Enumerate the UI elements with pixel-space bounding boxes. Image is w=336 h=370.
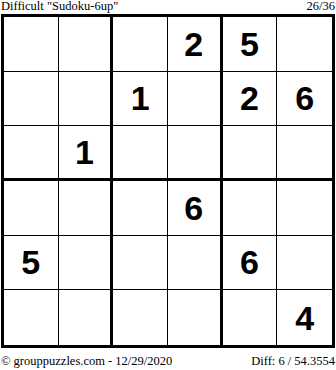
cell-r5c6[interactable]	[277, 236, 332, 291]
cell-r5c2[interactable]	[59, 236, 114, 291]
cell-r2c4[interactable]	[168, 72, 223, 127]
header: Difficult "Sudoku-6up" 26/36	[1, 0, 335, 14]
cell-r3c2[interactable]: 1	[59, 126, 114, 181]
puzzle-counter: 26/36	[307, 0, 335, 13]
cell-r6c2[interactable]	[59, 290, 114, 345]
sudoku-board: 2512616564	[1, 14, 335, 348]
cell-r5c4[interactable]	[168, 236, 223, 291]
cell-r3c3[interactable]	[113, 126, 168, 181]
cell-r1c6[interactable]	[277, 17, 332, 72]
cell-r1c3[interactable]	[113, 17, 168, 72]
cell-r1c1[interactable]	[4, 17, 59, 72]
cell-r4c3[interactable]	[113, 181, 168, 236]
page-title: Difficult "Sudoku-6up"	[1, 0, 118, 13]
cell-r6c6[interactable]: 4	[277, 290, 332, 345]
cell-r2c1[interactable]	[4, 72, 59, 127]
cell-r2c3[interactable]: 1	[113, 72, 168, 127]
cell-r4c5[interactable]	[223, 181, 278, 236]
footer-copyright: © grouppuzzles.com - 12/29/2020	[1, 354, 172, 368]
cell-r4c4[interactable]: 6	[168, 181, 223, 236]
cell-r6c5[interactable]	[223, 290, 278, 345]
cell-r3c4[interactable]	[168, 126, 223, 181]
cell-r6c3[interactable]	[113, 290, 168, 345]
cell-r1c2[interactable]	[59, 17, 114, 72]
cell-r4c1[interactable]	[4, 181, 59, 236]
cell-r6c1[interactable]	[4, 290, 59, 345]
cell-r2c2[interactable]	[59, 72, 114, 127]
cell-r2c6[interactable]: 6	[277, 72, 332, 127]
cell-r4c2[interactable]	[59, 181, 114, 236]
cell-r1c4[interactable]: 2	[168, 17, 223, 72]
cell-r5c1[interactable]: 5	[4, 236, 59, 291]
cell-r3c1[interactable]	[4, 126, 59, 181]
footer-difficulty: Diff: 6 / 54.3554	[251, 354, 335, 368]
cell-r5c3[interactable]	[113, 236, 168, 291]
cell-r6c4[interactable]	[168, 290, 223, 345]
cell-r1c5[interactable]: 5	[223, 17, 278, 72]
cell-r3c6[interactable]	[277, 126, 332, 181]
cell-r4c6[interactable]	[277, 181, 332, 236]
cell-r2c5[interactable]: 2	[223, 72, 278, 127]
cell-r3c5[interactable]	[223, 126, 278, 181]
cell-r5c5[interactable]: 6	[223, 236, 278, 291]
footer: © grouppuzzles.com - 12/29/2020 Diff: 6 …	[1, 353, 335, 368]
